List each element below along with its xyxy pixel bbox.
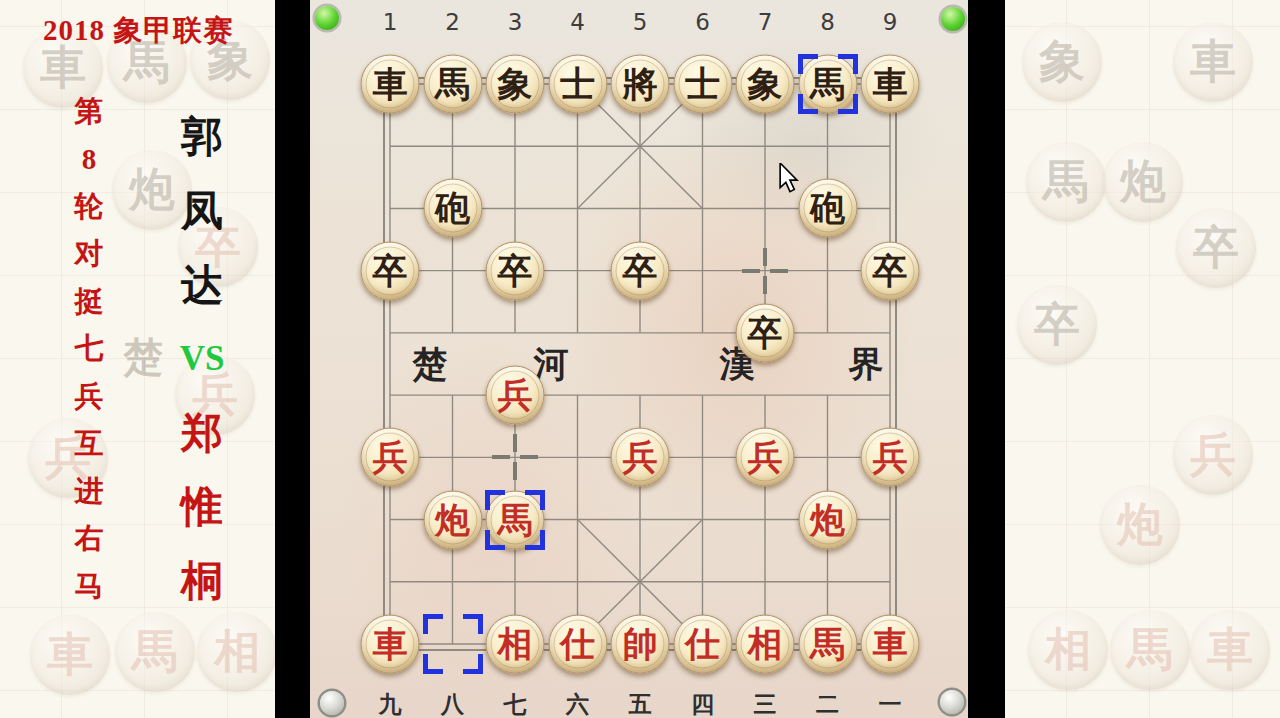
watermark-piece: 卒: [1017, 285, 1097, 365]
watermark-piece: 象: [1022, 22, 1102, 102]
xiangqi-piece-black[interactable]: 馬: [423, 55, 482, 114]
xiangqi-piece-red[interactable]: 兵: [361, 428, 420, 487]
vertical-text-char: 第: [75, 88, 104, 136]
file-label-bottom: 一: [879, 689, 902, 718]
left-divider: [275, 0, 310, 718]
vertical-text-char: 8: [82, 136, 97, 184]
file-label-bottom: 五: [629, 689, 652, 718]
xiangqi-piece-red[interactable]: 馬: [486, 490, 545, 549]
river-label: 楚: [413, 341, 448, 388]
vertical-text-char: 马: [75, 563, 104, 611]
watermark-piece: 車: [1173, 22, 1253, 102]
file-label-bottom: 六: [566, 689, 589, 718]
xiangqi-piece-black[interactable]: 卒: [361, 241, 420, 300]
right-divider: [968, 0, 1005, 718]
event-title: 2018 象甲联赛: [8, 12, 268, 48]
right-sidebar: 象車馬炮卒卒兵炮相馬車 欢迎关注象棋棋路 您的关注转发评论是给 我最大的鼓励: [1005, 0, 1280, 718]
watermark-text: 楚: [123, 330, 163, 385]
mouse-cursor: [778, 163, 800, 197]
watermark-piece: 相: [197, 612, 275, 692]
vertical-text-char: 惟: [181, 470, 223, 544]
file-label-top: 4: [570, 9, 585, 35]
vertical-text-char: 右: [75, 516, 104, 564]
file-label-bottom: 八: [441, 689, 464, 718]
file-label-bottom: 二: [816, 689, 839, 718]
xiangqi-piece-red[interactable]: 炮: [798, 490, 857, 549]
file-label-top: 8: [820, 9, 835, 35]
players-column: 郭凤达VS郑惟桐: [168, 100, 236, 618]
xiangqi-piece-red[interactable]: 炮: [423, 490, 482, 549]
xiangqi-piece-red[interactable]: 兵: [861, 428, 920, 487]
xiangqi-piece-black[interactable]: 車: [361, 55, 420, 114]
watermark-piece: 車: [1190, 610, 1270, 690]
file-label-bottom: 三: [754, 689, 777, 718]
watermark-piece: 車: [30, 615, 110, 695]
vertical-text-char: 进: [75, 468, 104, 516]
point-marker-cross: [492, 434, 538, 480]
xiangqi-piece-black[interactable]: 卒: [861, 241, 920, 300]
file-label-top: 6: [695, 9, 710, 35]
xiangqi-piece-black[interactable]: 士: [548, 55, 607, 114]
vertical-text-char: 郭: [181, 100, 223, 174]
status-light-top-left: [315, 6, 339, 30]
status-light-bottom-left: [320, 691, 344, 715]
file-label-top: 7: [758, 9, 773, 35]
vertical-text-char: 凤: [181, 174, 223, 248]
xiangqi-piece-red[interactable]: 車: [361, 614, 420, 673]
watermark-piece: 馬: [1110, 610, 1190, 690]
watermark-piece: 馬: [1026, 142, 1106, 222]
point-marker-cross: [742, 248, 788, 294]
vertical-text-char: 七: [75, 326, 104, 374]
vertical-text-char: VS: [180, 322, 225, 396]
left-sidebar: 車馬象炮卒兵兵車馬相楚 2018 象甲联赛 第8轮对挺七兵互进右马 郭凤达VS郑…: [0, 0, 275, 718]
watermark-piece: 卒: [1176, 208, 1256, 288]
watermark-piece: 相: [1028, 610, 1108, 690]
vertical-text-char: 对: [75, 231, 104, 279]
board-panel: 123456789 九八七六五四三二一 楚河漢界 車馬象士將士象馬車砲砲卒卒卒卒…: [310, 0, 968, 718]
xiangqi-piece-black[interactable]: 砲: [798, 179, 857, 238]
status-light-bottom-right: [940, 690, 964, 714]
file-label-top: 1: [383, 9, 398, 35]
xiangqi-piece-black[interactable]: 卒: [611, 241, 670, 300]
xiangqi-piece-black[interactable]: 砲: [423, 179, 482, 238]
xiangqi-piece-red[interactable]: 仕: [673, 614, 732, 673]
file-label-top: 9: [883, 9, 898, 35]
river-label: 界: [849, 341, 884, 388]
xiangqi-piece-black[interactable]: 卒: [486, 241, 545, 300]
xiangqi-piece-black[interactable]: 馬: [798, 55, 857, 114]
vertical-text-char: 互: [75, 421, 104, 469]
round-info-column: 第8轮对挺七兵互进右马: [60, 88, 118, 611]
file-label-top: 5: [633, 9, 648, 35]
xiangqi-piece-black[interactable]: 車: [861, 55, 920, 114]
watermark-piece: 兵: [1173, 415, 1253, 495]
vertical-text-char: 郑: [181, 396, 223, 470]
xiangqi-piece-red[interactable]: 車: [861, 614, 920, 673]
xiangqi-piece-red[interactable]: 馬: [798, 614, 857, 673]
watermark-piece: 炮: [1103, 142, 1183, 222]
vertical-text-char: 兵: [75, 373, 104, 421]
file-label-top: 3: [508, 9, 523, 35]
xiangqi-piece-red[interactable]: 兵: [736, 428, 795, 487]
xiangqi-piece-black[interactable]: 士: [673, 55, 732, 114]
file-label-bottom: 四: [691, 689, 714, 718]
xiangqi-piece-black[interactable]: 象: [486, 55, 545, 114]
xiangqi-piece-red[interactable]: 帥: [611, 614, 670, 673]
file-label-top: 2: [445, 9, 460, 35]
vertical-text-char: 达: [181, 248, 223, 322]
xiangqi-piece-black[interactable]: 將: [611, 55, 670, 114]
xiangqi-piece-red[interactable]: 仕: [548, 614, 607, 673]
watermark-piece: 炮: [1100, 485, 1180, 565]
xiangqi-piece-black[interactable]: 象: [736, 55, 795, 114]
app-window: 車馬象炮卒兵兵車馬相楚 2018 象甲联赛 第8轮对挺七兵互进右马 郭凤达VS郑…: [0, 0, 1280, 718]
status-light-top-right: [941, 7, 965, 31]
vertical-text-char: 轮: [75, 183, 104, 231]
vertical-text-char: 桐: [181, 544, 223, 618]
vertical-text-char: 挺: [75, 278, 104, 326]
xiangqi-piece-red[interactable]: 兵: [611, 428, 670, 487]
xiangqi-piece-red[interactable]: 相: [736, 614, 795, 673]
watermark-piece: 馬: [115, 612, 195, 692]
file-label-bottom: 九: [379, 689, 402, 718]
xiangqi-piece-red[interactable]: 相: [486, 614, 545, 673]
file-label-bottom: 七: [504, 689, 527, 718]
xiangqi-piece-black[interactable]: 卒: [736, 303, 795, 362]
xiangqi-piece-red[interactable]: 兵: [486, 366, 545, 425]
